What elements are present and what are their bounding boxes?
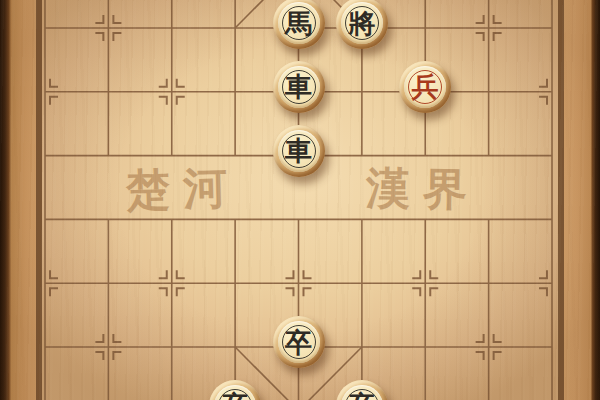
piece-black-general[interactable]: 將 [336,0,388,49]
piece-glyph: 卒 [209,380,261,400]
piece-black-soldier[interactable]: 卒 [273,316,325,368]
piece-glyph: 馬 [273,0,325,49]
piece-glyph: 車 [273,125,325,177]
piece-glyph: 兵 [399,61,451,113]
piece-glyph: 卒 [336,380,388,400]
piece-black-chariot[interactable]: 車 [273,61,325,113]
piece-black-soldier[interactable]: 卒 [336,380,388,400]
piece-glyph: 卒 [273,316,325,368]
xiangqi-app: 楚河 漢界 馬將車兵車卒卒卒 [0,0,600,400]
piece-glyph: 車 [273,61,325,113]
piece-red-soldier[interactable]: 兵 [399,61,451,113]
piece-black-chariot[interactable]: 車 [273,125,325,177]
piece-glyph: 將 [336,0,388,49]
piece-black-horse[interactable]: 馬 [273,0,325,49]
piece-black-soldier[interactable]: 卒 [209,380,261,400]
